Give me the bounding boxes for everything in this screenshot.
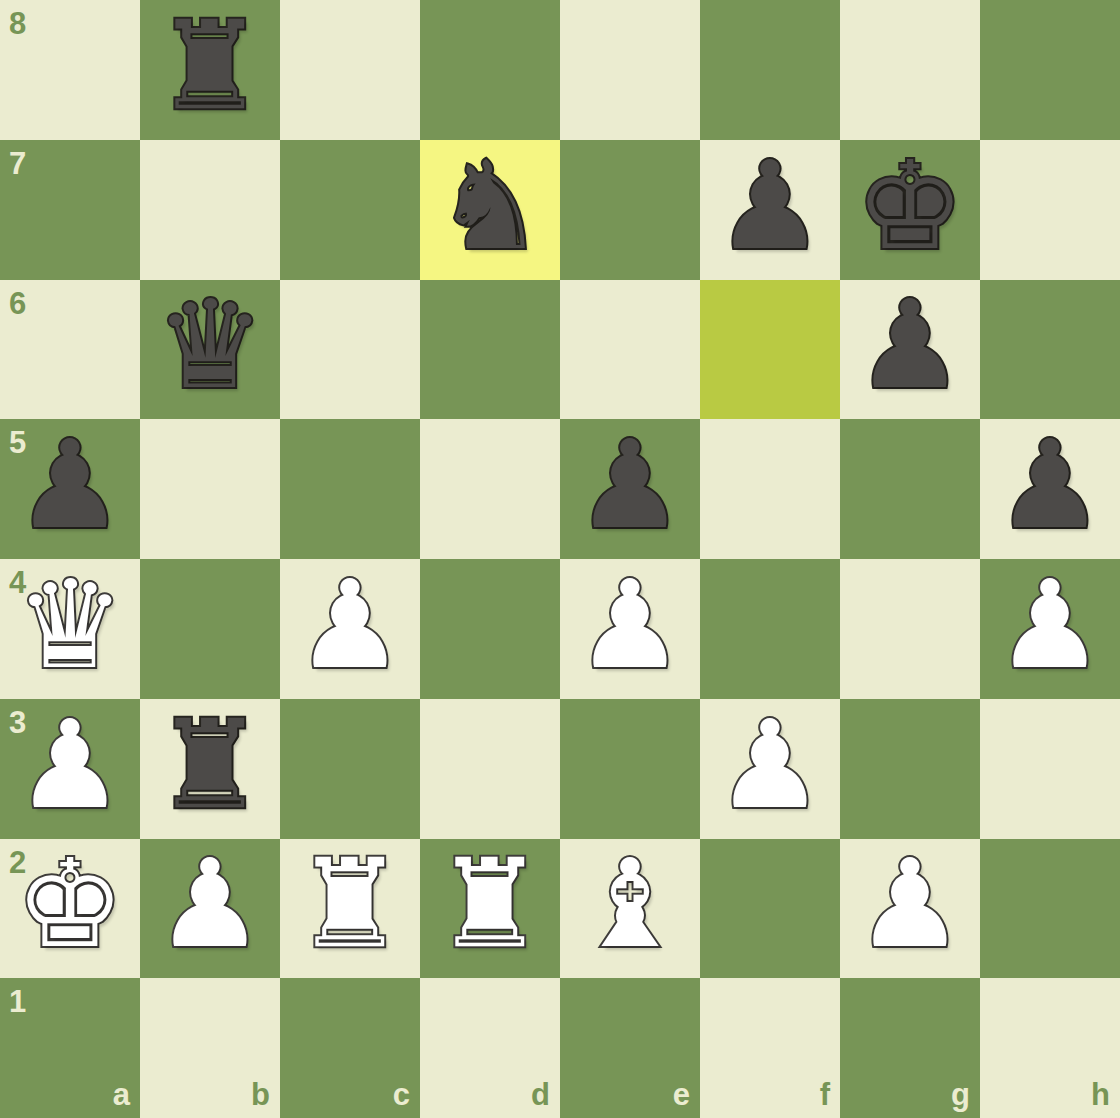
square-c3[interactable]	[280, 699, 420, 839]
square-b2[interactable]: ♟	[140, 839, 280, 979]
square-f4[interactable]	[700, 559, 840, 699]
square-f5[interactable]	[700, 419, 840, 559]
piece-black-queen-b6[interactable]: ♛	[140, 280, 280, 420]
file-label-h: h	[1091, 1079, 1110, 1110]
square-b1[interactable]: b	[140, 978, 280, 1118]
square-g3[interactable]	[840, 699, 980, 839]
square-h7[interactable]	[980, 140, 1120, 280]
square-h3[interactable]	[980, 699, 1120, 839]
square-c5[interactable]	[280, 419, 420, 559]
file-label-c: c	[393, 1079, 410, 1110]
square-g2[interactable]: ♟	[840, 839, 980, 979]
square-g4[interactable]	[840, 559, 980, 699]
square-f3[interactable]: ♟	[700, 699, 840, 839]
square-a2[interactable]: 2♚	[0, 839, 140, 979]
square-h1[interactable]: h	[980, 978, 1120, 1118]
piece-white-queen-a4[interactable]: ♛	[0, 559, 140, 699]
piece-white-pawn-b2[interactable]: ♟	[140, 839, 280, 979]
square-e2[interactable]: ♝	[560, 839, 700, 979]
square-e5[interactable]: ♟	[560, 419, 700, 559]
square-g6[interactable]: ♟	[840, 280, 980, 420]
piece-black-pawn-f7[interactable]: ♟	[700, 140, 840, 280]
piece-black-knight-d7[interactable]: ♞	[420, 140, 560, 280]
square-g5[interactable]	[840, 419, 980, 559]
square-d8[interactable]	[420, 0, 560, 140]
piece-black-king-g7[interactable]: ♚	[840, 140, 980, 280]
piece-black-pawn-e5[interactable]: ♟	[560, 419, 700, 559]
square-h2[interactable]	[980, 839, 1120, 979]
square-f2[interactable]	[700, 839, 840, 979]
square-c4[interactable]: ♟	[280, 559, 420, 699]
square-b5[interactable]	[140, 419, 280, 559]
square-a1[interactable]: 1a	[0, 978, 140, 1118]
piece-white-pawn-h4[interactable]: ♟	[980, 559, 1120, 699]
square-a3[interactable]: 3♟	[0, 699, 140, 839]
square-d2[interactable]: ♜	[420, 839, 560, 979]
piece-black-pawn-a5[interactable]: ♟	[0, 419, 140, 559]
square-c7[interactable]	[280, 140, 420, 280]
square-f7[interactable]: ♟	[700, 140, 840, 280]
file-label-b: b	[251, 1079, 270, 1110]
square-g7[interactable]: ♚	[840, 140, 980, 280]
piece-white-bishop-e2[interactable]: ♝	[560, 839, 700, 979]
square-d1[interactable]: d	[420, 978, 560, 1118]
square-b7[interactable]	[140, 140, 280, 280]
square-e3[interactable]	[560, 699, 700, 839]
piece-white-pawn-g2[interactable]: ♟	[840, 839, 980, 979]
square-e7[interactable]	[560, 140, 700, 280]
square-e1[interactable]: e	[560, 978, 700, 1118]
piece-white-rook-d2[interactable]: ♜	[420, 839, 560, 979]
square-a6[interactable]: 6	[0, 280, 140, 420]
piece-black-rook-b8[interactable]: ♜	[140, 0, 280, 140]
piece-white-king-a2[interactable]: ♚	[0, 839, 140, 979]
square-b3[interactable]: ♜	[140, 699, 280, 839]
square-d4[interactable]	[420, 559, 560, 699]
square-h8[interactable]	[980, 0, 1120, 140]
rank-label-6: 6	[9, 288, 26, 319]
square-b6[interactable]: ♛	[140, 280, 280, 420]
rank-label-8: 8	[9, 8, 26, 39]
square-h6[interactable]	[980, 280, 1120, 420]
square-e6[interactable]	[560, 280, 700, 420]
piece-white-rook-c2[interactable]: ♜	[280, 839, 420, 979]
square-e8[interactable]	[560, 0, 700, 140]
square-g1[interactable]: g	[840, 978, 980, 1118]
square-h5[interactable]: ♟	[980, 419, 1120, 559]
piece-black-pawn-g6[interactable]: ♟	[840, 280, 980, 420]
square-b8[interactable]: ♜	[140, 0, 280, 140]
square-b4[interactable]	[140, 559, 280, 699]
file-label-a: a	[113, 1079, 130, 1110]
square-d3[interactable]	[420, 699, 560, 839]
piece-white-pawn-e4[interactable]: ♟	[560, 559, 700, 699]
rank-label-1: 1	[9, 986, 26, 1017]
square-a4[interactable]: 4♛	[0, 559, 140, 699]
square-c6[interactable]	[280, 280, 420, 420]
square-f8[interactable]	[700, 0, 840, 140]
square-c1[interactable]: c	[280, 978, 420, 1118]
square-a7[interactable]: 7	[0, 140, 140, 280]
file-label-g: g	[951, 1079, 970, 1110]
file-label-f: f	[820, 1079, 830, 1110]
piece-black-pawn-h5[interactable]: ♟	[980, 419, 1120, 559]
rank-label-7: 7	[9, 148, 26, 179]
square-d7[interactable]: ♞	[420, 140, 560, 280]
square-g8[interactable]	[840, 0, 980, 140]
square-a8[interactable]: 8	[0, 0, 140, 140]
file-label-e: e	[673, 1079, 690, 1110]
chess-board: 8♜7♞♟♚6♛♟5♟♟♟4♛♟♟♟3♟♜♟2♚♟♜♜♝♟1abcdefgh	[0, 0, 1120, 1118]
file-label-d: d	[531, 1079, 550, 1110]
square-c2[interactable]: ♜	[280, 839, 420, 979]
square-d6[interactable]	[420, 280, 560, 420]
square-f6[interactable]	[700, 280, 840, 420]
square-f1[interactable]: f	[700, 978, 840, 1118]
piece-black-rook-b3[interactable]: ♜	[140, 699, 280, 839]
square-d5[interactable]	[420, 419, 560, 559]
square-h4[interactable]: ♟	[980, 559, 1120, 699]
square-e4[interactable]: ♟	[560, 559, 700, 699]
square-a5[interactable]: 5♟	[0, 419, 140, 559]
piece-white-pawn-f3[interactable]: ♟	[700, 699, 840, 839]
piece-white-pawn-a3[interactable]: ♟	[0, 699, 140, 839]
piece-white-pawn-c4[interactable]: ♟	[280, 559, 420, 699]
square-c8[interactable]	[280, 0, 420, 140]
